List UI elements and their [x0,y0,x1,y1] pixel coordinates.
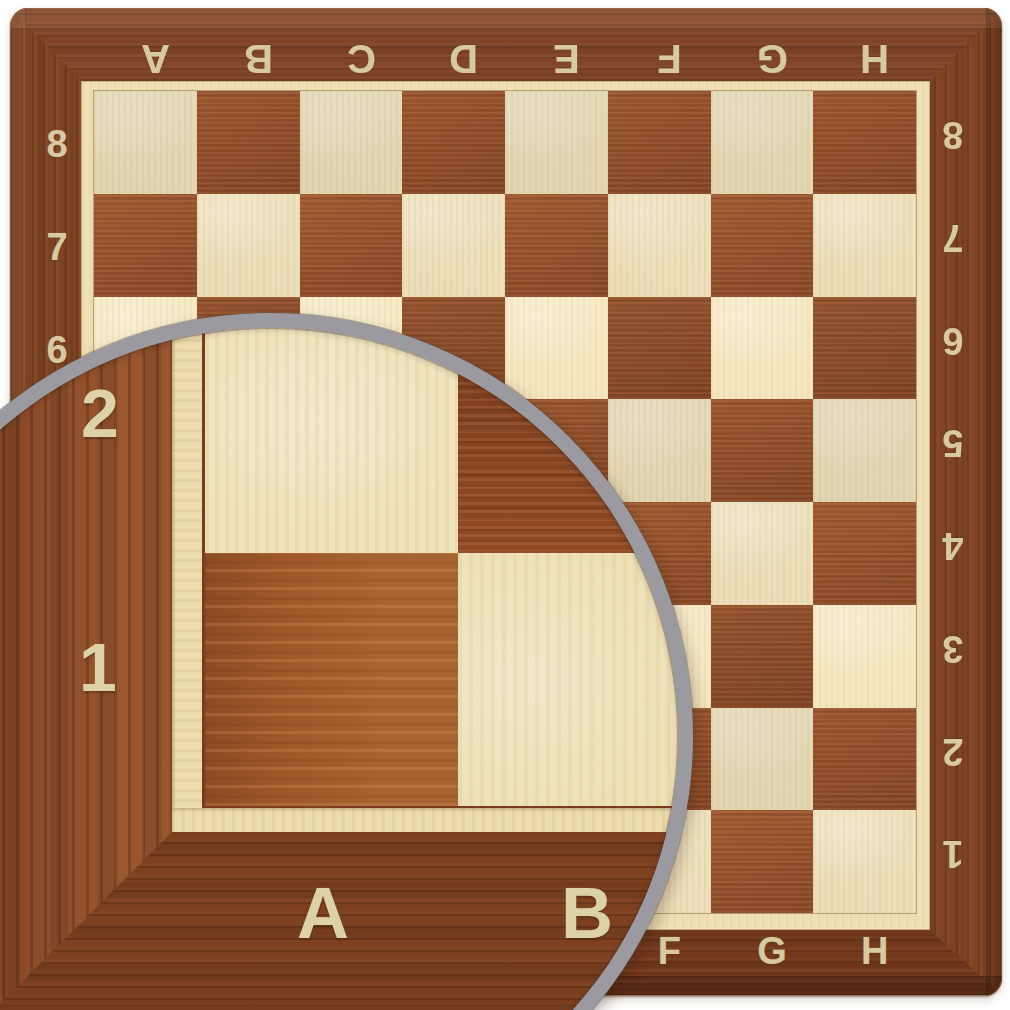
square-h5 [813,399,916,502]
inset-square-a1 [205,553,458,806]
square-g5 [711,399,814,502]
coord-top-g: G [721,30,824,88]
page: { "game": "chess", "subject": "empty woo… [0,0,1010,1010]
coord-top-c: C [310,30,413,88]
inset-coord-file-b: B [527,863,647,963]
square-g7 [711,194,814,297]
coord-bottom-g: G [721,926,824,976]
square-g4 [711,502,814,605]
coord-left-7: 7 [30,196,84,299]
coord-right-1: 1 [926,802,980,905]
inset-coord-file-a: A [263,863,383,963]
coord-right-4: 4 [926,494,980,597]
square-g8 [711,91,814,194]
coord-right-5: 5 [926,391,980,494]
square-h2 [813,708,916,811]
square-e6 [505,297,608,400]
inset-coord-rank-1: 1 [38,617,158,717]
square-a7 [94,194,197,297]
inset-coord-rank-2: 2 [40,363,160,463]
square-b7 [197,194,300,297]
inset-field-margin-vertical [172,328,202,832]
coord-bottom-h: H [823,926,926,976]
square-c8 [300,91,403,194]
coord-top-f: F [618,30,721,88]
coord-right-8: 8 [926,83,980,186]
square-h6 [813,297,916,400]
square-e8 [505,91,608,194]
square-d7 [402,194,505,297]
frame-bevel-right [986,8,1002,996]
coord-top-e: E [515,30,618,88]
coord-right-6: 6 [926,289,980,392]
coord-top-b: B [207,30,310,88]
square-g3 [711,605,814,708]
square-h8 [813,91,916,194]
coord-top-h: H [823,30,926,88]
square-f6 [608,297,711,400]
square-h1 [813,810,916,913]
coord-right-7: 7 [926,186,980,289]
square-c7 [300,194,403,297]
square-b8 [197,91,300,194]
square-a8 [94,91,197,194]
coord-right-3: 3 [926,597,980,700]
inset-square-a2 [205,328,458,553]
square-f5 [608,399,711,502]
square-f8 [608,91,711,194]
square-f7 [608,194,711,297]
coord-top-d: D [412,30,515,88]
inset-field-margin-horizontal [172,808,678,834]
square-d8 [402,91,505,194]
square-g1 [711,810,814,913]
square-h3 [813,605,916,708]
square-g2 [711,708,814,811]
square-h4 [813,502,916,605]
square-e7 [505,194,608,297]
coord-left-8: 8 [30,93,84,196]
square-h7 [813,194,916,297]
coord-right-2: 2 [926,700,980,803]
coord-top-a: A [104,30,207,88]
inset-square-b1 [458,553,678,806]
square-g6 [711,297,814,400]
